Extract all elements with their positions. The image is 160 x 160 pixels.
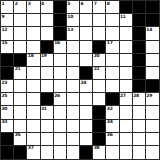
crossword-cell[interactable] bbox=[67, 80, 80, 93]
black-cell bbox=[80, 146, 93, 159]
black-cell bbox=[54, 27, 67, 40]
black-cell bbox=[41, 93, 54, 106]
clue-number: 12 bbox=[2, 27, 8, 32]
crossword-cell[interactable] bbox=[146, 146, 159, 159]
crossword-cell[interactable]: 24 bbox=[80, 80, 93, 93]
crossword-cell[interactable] bbox=[14, 106, 27, 119]
crossword-cell[interactable] bbox=[67, 106, 80, 119]
black-cell bbox=[93, 106, 106, 119]
clue-number: 35 bbox=[15, 132, 21, 137]
crossword-cell[interactable] bbox=[120, 146, 133, 159]
crossword-cell[interactable] bbox=[133, 106, 146, 119]
crossword-cell[interactable]: 1 bbox=[1, 1, 14, 14]
black-cell bbox=[133, 54, 146, 67]
clue-number: 37 bbox=[28, 145, 34, 150]
black-cell bbox=[106, 93, 119, 106]
crossword-cell[interactable]: 8 bbox=[106, 1, 119, 14]
black-cell bbox=[14, 54, 27, 67]
black-cell bbox=[146, 80, 159, 93]
crossword-cell[interactable] bbox=[120, 54, 133, 67]
crossword-cell[interactable]: 2 bbox=[14, 1, 27, 14]
crossword-cell[interactable] bbox=[80, 93, 93, 106]
crossword-cell[interactable] bbox=[120, 120, 133, 133]
crossword-cell[interactable] bbox=[27, 80, 40, 93]
crossword-cell[interactable] bbox=[146, 120, 159, 133]
clue-number: 10 bbox=[67, 14, 73, 19]
crossword-cell[interactable]: 31 bbox=[41, 106, 54, 119]
crossword-cell[interactable]: 13 bbox=[67, 27, 80, 40]
crossword-cell[interactable] bbox=[67, 120, 80, 133]
crossword-cell[interactable] bbox=[93, 27, 106, 40]
crossword-cell[interactable]: 36 bbox=[106, 133, 119, 146]
clue-number: 36 bbox=[107, 132, 113, 137]
clue-number: 4 bbox=[41, 1, 44, 6]
clue-number: 11 bbox=[120, 14, 126, 19]
clue-number: 38 bbox=[94, 145, 100, 150]
crossword-cell[interactable] bbox=[120, 27, 133, 40]
crossword-cell[interactable] bbox=[146, 106, 159, 119]
crossword-cell[interactable] bbox=[27, 120, 40, 133]
crossword-cell[interactable] bbox=[54, 146, 67, 159]
crossword-cell[interactable] bbox=[120, 41, 133, 54]
crossword-cell[interactable]: 17 bbox=[106, 41, 119, 54]
clue-number: 5 bbox=[67, 1, 70, 6]
clue-number: 18 bbox=[28, 53, 34, 58]
crossword-cell[interactable]: 10 bbox=[67, 14, 80, 27]
crossword-cell[interactable] bbox=[27, 67, 40, 80]
clue-number: 1 bbox=[2, 1, 5, 6]
crossword-cell[interactable]: 35 bbox=[14, 133, 27, 146]
clue-number: 30 bbox=[2, 106, 8, 111]
crossword-cell[interactable]: 22 bbox=[93, 67, 106, 80]
black-cell bbox=[1, 133, 14, 146]
crossword-cell[interactable]: 11 bbox=[120, 14, 133, 27]
black-cell bbox=[1, 146, 14, 159]
crossword-cell[interactable]: 15 bbox=[1, 41, 14, 54]
crossword-cell[interactable] bbox=[54, 133, 67, 146]
clue-number: 13 bbox=[67, 27, 73, 32]
black-cell bbox=[120, 1, 133, 14]
clue-number: 28 bbox=[133, 93, 139, 98]
crossword-cell[interactable] bbox=[106, 14, 119, 27]
clue-number: 21 bbox=[15, 66, 21, 71]
clue-number: 7 bbox=[94, 1, 97, 6]
crossword-cell[interactable] bbox=[14, 14, 27, 27]
black-cell bbox=[54, 14, 67, 27]
clue-number: 19 bbox=[41, 53, 47, 58]
crossword-cell[interactable] bbox=[93, 93, 106, 106]
crossword-cell[interactable] bbox=[106, 80, 119, 93]
black-cell bbox=[133, 41, 146, 54]
crossword-cell[interactable] bbox=[80, 14, 93, 27]
crossword-cell[interactable] bbox=[67, 41, 80, 54]
crossword-cell[interactable] bbox=[80, 106, 93, 119]
black-cell bbox=[133, 80, 146, 93]
black-cell bbox=[93, 41, 106, 54]
crossword-cell[interactable] bbox=[146, 67, 159, 80]
crossword-cell[interactable] bbox=[106, 67, 119, 80]
crossword-cell[interactable]: 26 bbox=[54, 93, 67, 106]
crossword-cell[interactable] bbox=[67, 54, 80, 67]
crossword-cell[interactable]: 4 bbox=[41, 1, 54, 14]
clue-number: 14 bbox=[146, 27, 152, 32]
crossword-cell[interactable] bbox=[93, 14, 106, 27]
crossword-cell[interactable] bbox=[133, 120, 146, 133]
clue-number: 20 bbox=[94, 53, 100, 58]
clue-number: 6 bbox=[81, 1, 84, 6]
crossword-cell[interactable] bbox=[41, 133, 54, 146]
crossword-cell[interactable] bbox=[41, 146, 54, 159]
clue-number: 27 bbox=[120, 93, 126, 98]
crossword-cell[interactable] bbox=[27, 133, 40, 146]
black-cell bbox=[54, 1, 67, 14]
crossword-cell[interactable] bbox=[41, 120, 54, 133]
crossword-cell[interactable] bbox=[14, 93, 27, 106]
crossword-cell[interactable] bbox=[106, 54, 119, 67]
crossword-cell[interactable] bbox=[106, 146, 119, 159]
crossword-cell[interactable] bbox=[146, 41, 159, 54]
crossword-cell[interactable] bbox=[41, 14, 54, 27]
clue-number: 3 bbox=[28, 1, 31, 6]
crossword-board: 1234567891011121314151617181920212223242… bbox=[0, 0, 160, 160]
black-cell bbox=[14, 146, 27, 159]
crossword-cell[interactable] bbox=[54, 80, 67, 93]
crossword-cell[interactable] bbox=[14, 27, 27, 40]
crossword-cell[interactable]: 9 bbox=[1, 14, 14, 27]
clue-number: 2 bbox=[15, 1, 18, 6]
crossword-cell[interactable] bbox=[80, 120, 93, 133]
crossword-cell[interactable] bbox=[120, 106, 133, 119]
crossword-cell[interactable] bbox=[54, 54, 67, 67]
crossword-cell[interactable] bbox=[54, 106, 67, 119]
crossword-cell[interactable] bbox=[133, 133, 146, 146]
crossword-cell[interactable] bbox=[120, 80, 133, 93]
crossword-cell[interactable]: 30 bbox=[1, 106, 14, 119]
crossword-cell[interactable] bbox=[80, 133, 93, 146]
crossword-cell[interactable] bbox=[41, 80, 54, 93]
crossword-cell[interactable] bbox=[27, 106, 40, 119]
crossword-cell[interactable]: 6 bbox=[80, 1, 93, 14]
crossword-cell[interactable] bbox=[146, 54, 159, 67]
black-cell bbox=[133, 27, 146, 40]
crossword-cell[interactable] bbox=[133, 146, 146, 159]
crossword-cell[interactable] bbox=[41, 67, 54, 80]
black-cell bbox=[133, 67, 146, 80]
black-cell bbox=[93, 133, 106, 146]
crossword-cell[interactable] bbox=[67, 146, 80, 159]
black-cell bbox=[80, 67, 93, 80]
crossword-cell[interactable] bbox=[120, 133, 133, 146]
crossword-cell[interactable] bbox=[67, 67, 80, 80]
black-cell bbox=[1, 67, 14, 80]
black-cell bbox=[133, 1, 146, 14]
crossword-cell[interactable] bbox=[14, 120, 27, 133]
crossword-cell[interactable] bbox=[80, 54, 93, 67]
crossword-cell[interactable] bbox=[106, 27, 119, 40]
crossword-cell[interactable]: 20 bbox=[93, 54, 106, 67]
clue-number: 24 bbox=[81, 80, 87, 85]
crossword-cell[interactable] bbox=[146, 133, 159, 146]
black-cell bbox=[1, 54, 14, 67]
crossword-cell[interactable]: 18 bbox=[27, 54, 40, 67]
crossword-cell[interactable]: 32 bbox=[106, 106, 119, 119]
black-cell bbox=[133, 14, 146, 27]
crossword-cell[interactable]: 33 bbox=[1, 120, 14, 133]
clue-number: 29 bbox=[146, 93, 152, 98]
clue-number: 15 bbox=[2, 40, 8, 45]
crossword-cell[interactable] bbox=[41, 27, 54, 40]
crossword-cell[interactable] bbox=[54, 67, 67, 80]
crossword-cell[interactable]: 37 bbox=[27, 146, 40, 159]
crossword-cell[interactable]: 34 bbox=[106, 120, 119, 133]
crossword-cell[interactable] bbox=[14, 80, 27, 93]
clue-number: 26 bbox=[54, 93, 60, 98]
crossword-cell[interactable]: 16 bbox=[54, 41, 67, 54]
crossword-cell[interactable] bbox=[27, 27, 40, 40]
crossword-cell[interactable] bbox=[80, 27, 93, 40]
crossword-cell[interactable]: 7 bbox=[93, 1, 106, 14]
crossword-cell[interactable]: 3 bbox=[27, 1, 40, 14]
clue-number: 8 bbox=[107, 1, 110, 6]
crossword-cell[interactable]: 14 bbox=[146, 27, 159, 40]
clue-number: 23 bbox=[2, 80, 8, 85]
crossword-cell[interactable] bbox=[14, 41, 27, 54]
black-cell bbox=[93, 120, 106, 133]
crossword-cell[interactable]: 12 bbox=[1, 27, 14, 40]
crossword-cell[interactable]: 29 bbox=[146, 93, 159, 106]
crossword-cell[interactable] bbox=[67, 133, 80, 146]
crossword-cell[interactable]: 23 bbox=[1, 80, 14, 93]
crossword-cell[interactable] bbox=[93, 80, 106, 93]
black-cell bbox=[146, 1, 159, 14]
crossword-cell[interactable] bbox=[67, 93, 80, 106]
crossword-cell[interactable] bbox=[80, 41, 93, 54]
clue-number: 16 bbox=[54, 40, 60, 45]
crossword-cell[interactable] bbox=[27, 41, 40, 54]
crossword-cell[interactable]: 27 bbox=[120, 93, 133, 106]
crossword-cell[interactable] bbox=[120, 67, 133, 80]
clue-number: 34 bbox=[107, 119, 113, 124]
clue-number: 22 bbox=[94, 66, 100, 71]
crossword-cell[interactable] bbox=[54, 120, 67, 133]
clue-number: 9 bbox=[2, 14, 5, 19]
black-cell bbox=[41, 41, 54, 54]
crossword-cell[interactable]: 25 bbox=[1, 93, 14, 106]
crossword-cell[interactable] bbox=[27, 14, 40, 27]
black-cell bbox=[146, 14, 159, 27]
clue-number: 32 bbox=[107, 106, 113, 111]
clue-number: 33 bbox=[2, 119, 8, 124]
crossword-cell[interactable] bbox=[27, 93, 40, 106]
crossword-cell[interactable]: 38 bbox=[93, 146, 106, 159]
clue-number: 17 bbox=[107, 40, 113, 45]
crossword-cell[interactable]: 28 bbox=[133, 93, 146, 106]
crossword-cell[interactable]: 19 bbox=[41, 54, 54, 67]
clue-number: 25 bbox=[2, 93, 8, 98]
crossword-cell[interactable]: 21 bbox=[14, 67, 27, 80]
crossword-cell[interactable]: 5 bbox=[67, 1, 80, 14]
clue-number: 31 bbox=[41, 106, 47, 111]
